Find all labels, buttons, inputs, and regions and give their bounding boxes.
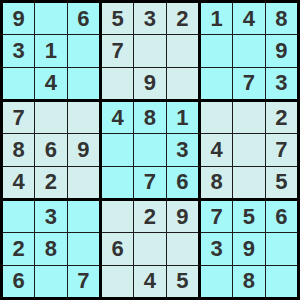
cell-r8c8[interactable]: 9	[233, 233, 264, 264]
cell-r2c9[interactable]: 9	[266, 35, 297, 66]
cell-r5c3[interactable]: 9	[68, 134, 99, 165]
box-r0c2: 148973	[201, 3, 297, 99]
cell-r6c6[interactable]: 6	[167, 167, 198, 198]
cell-r3c9[interactable]: 3	[266, 68, 297, 99]
cell-r1c4[interactable]: 5	[102, 3, 133, 34]
cell-r2c7[interactable]	[201, 35, 232, 66]
cell-r3c1[interactable]	[3, 68, 34, 99]
cell-r6c1[interactable]: 4	[3, 167, 34, 198]
cell-r4c6[interactable]: 1	[167, 102, 198, 133]
cell-r4c8[interactable]	[233, 102, 264, 133]
cell-r7c3[interactable]	[68, 201, 99, 232]
cell-r9c9[interactable]	[266, 266, 297, 297]
cell-r7c4[interactable]	[102, 201, 133, 232]
cell-r1c5[interactable]: 3	[134, 3, 165, 34]
cell-r4c7[interactable]	[201, 102, 232, 133]
cell-r5c2[interactable]: 6	[35, 134, 66, 165]
cell-r9c2[interactable]	[35, 266, 66, 297]
cell-r8c5[interactable]	[134, 233, 165, 264]
cell-r3c3[interactable]	[68, 68, 99, 99]
cell-r6c5[interactable]: 7	[134, 167, 165, 198]
cell-r3c8[interactable]: 7	[233, 68, 264, 99]
cell-r5c4[interactable]	[102, 134, 133, 165]
cell-r9c1[interactable]: 6	[3, 266, 34, 297]
cell-r2c3[interactable]	[68, 35, 99, 66]
box-r0c0: 96314	[3, 3, 99, 99]
cell-r6c9[interactable]: 5	[266, 167, 297, 198]
cell-r5c8[interactable]	[233, 134, 264, 165]
cell-r1c6[interactable]: 2	[167, 3, 198, 34]
cell-r9c6[interactable]: 5	[167, 266, 198, 297]
cell-r7c6[interactable]: 9	[167, 201, 198, 232]
cell-r7c9[interactable]: 6	[266, 201, 297, 232]
cell-r1c1[interactable]: 9	[3, 3, 34, 34]
cell-r8c1[interactable]: 2	[3, 233, 34, 264]
cell-r5c7[interactable]: 4	[201, 134, 232, 165]
cell-r8c2[interactable]: 8	[35, 233, 66, 264]
cell-r3c5[interactable]: 9	[134, 68, 165, 99]
cell-r7c7[interactable]: 7	[201, 201, 232, 232]
cell-r1c9[interactable]: 8	[266, 3, 297, 34]
box-r1c1: 481376	[102, 102, 198, 198]
cell-r3c6[interactable]	[167, 68, 198, 99]
cell-r2c2[interactable]: 1	[35, 35, 66, 66]
cell-r4c4[interactable]: 4	[102, 102, 133, 133]
cell-r7c5[interactable]: 2	[134, 201, 165, 232]
cell-r8c7[interactable]: 3	[201, 233, 232, 264]
cell-r6c3[interactable]	[68, 167, 99, 198]
cell-r8c6[interactable]	[167, 233, 198, 264]
cell-r6c4[interactable]	[102, 167, 133, 198]
cell-r7c2[interactable]: 3	[35, 201, 66, 232]
cell-r4c1[interactable]: 7	[3, 102, 34, 133]
cell-r1c2[interactable]	[35, 3, 66, 34]
cell-r7c1[interactable]	[3, 201, 34, 232]
cell-r4c9[interactable]: 2	[266, 102, 297, 133]
box-r0c1: 53279	[102, 3, 198, 99]
cell-r1c3[interactable]: 6	[68, 3, 99, 34]
cell-r9c7[interactable]	[201, 266, 232, 297]
cell-r2c8[interactable]	[233, 35, 264, 66]
box-r2c0: 32867	[3, 201, 99, 297]
cell-r8c3[interactable]	[68, 233, 99, 264]
cell-r9c5[interactable]: 4	[134, 266, 165, 297]
box-r1c0: 786942	[3, 102, 99, 198]
cell-r5c9[interactable]: 7	[266, 134, 297, 165]
cell-r4c3[interactable]	[68, 102, 99, 133]
cell-r3c7[interactable]	[201, 68, 232, 99]
cell-r4c2[interactable]	[35, 102, 66, 133]
cell-r1c8[interactable]: 4	[233, 3, 264, 34]
cell-r3c4[interactable]	[102, 68, 133, 99]
cell-r3c2[interactable]: 4	[35, 68, 66, 99]
cell-r6c7[interactable]: 8	[201, 167, 232, 198]
box-r1c2: 24785	[201, 102, 297, 198]
box-r2c1: 29645	[102, 201, 198, 297]
cell-r4c5[interactable]: 8	[134, 102, 165, 133]
cell-r6c2[interactable]: 2	[35, 167, 66, 198]
cell-r1c7[interactable]: 1	[201, 3, 232, 34]
cell-r8c9[interactable]	[266, 233, 297, 264]
cell-r5c5[interactable]	[134, 134, 165, 165]
cell-r9c8[interactable]: 8	[233, 266, 264, 297]
cell-r9c4[interactable]	[102, 266, 133, 297]
cell-r2c6[interactable]	[167, 35, 198, 66]
cell-r5c6[interactable]: 3	[167, 134, 198, 165]
cell-r9c3[interactable]: 7	[68, 266, 99, 297]
cell-r5c1[interactable]: 8	[3, 134, 34, 165]
cell-r2c4[interactable]: 7	[102, 35, 133, 66]
cell-r2c5[interactable]	[134, 35, 165, 66]
cell-r2c1[interactable]: 3	[3, 35, 34, 66]
cell-r8c4[interactable]: 6	[102, 233, 133, 264]
cell-r6c8[interactable]	[233, 167, 264, 198]
box-r2c2: 756398	[201, 201, 297, 297]
sudoku-board: 9631453279148973786942481376247853286729…	[0, 0, 300, 300]
cell-r7c8[interactable]: 5	[233, 201, 264, 232]
